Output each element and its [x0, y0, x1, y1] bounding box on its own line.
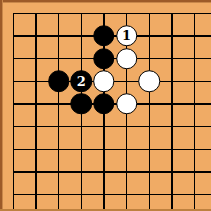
- grid-line-v: [81, 25, 83, 48]
- grid-line-v: [194, 13, 196, 24]
- grid-line-v: [35, 13, 37, 24]
- white-stone: [116, 93, 138, 115]
- grid-line-v: [171, 161, 173, 184]
- board-cell: [115, 161, 138, 184]
- grid-line-v: [13, 115, 15, 138]
- board-cell: [47, 161, 70, 184]
- black-stone: [71, 93, 93, 115]
- board-cell: [183, 138, 206, 161]
- board-cell: [2, 70, 25, 93]
- board-cell: [183, 93, 206, 116]
- grid-line-h: [206, 149, 211, 151]
- board-cell: [2, 93, 25, 116]
- board-cell: [93, 138, 116, 161]
- board-edge-extension: [206, 93, 211, 116]
- grid-line-v: [81, 47, 83, 70]
- board-cell: [93, 161, 116, 184]
- go-board: 12: [2, 2, 211, 211]
- board-cell: [47, 47, 70, 70]
- board-edge-extension: [206, 70, 211, 93]
- grid-line-h: [206, 13, 211, 15]
- grid-line-h: [206, 35, 211, 37]
- board-edge-extension: [206, 161, 211, 184]
- board-edge-extension: [206, 2, 211, 25]
- board-cell: [70, 2, 93, 25]
- black-stone: [93, 25, 115, 47]
- board-border-top-highlight: [0, 2, 211, 3]
- board-cell: [47, 138, 70, 161]
- grid-line-v: [35, 70, 37, 93]
- grid-line-v: [35, 138, 37, 161]
- board-cell: [115, 138, 138, 161]
- white-stone: [139, 71, 161, 93]
- grid-line-v: [171, 93, 173, 116]
- grid-line-v: [149, 93, 151, 116]
- grid-line-v: [58, 115, 60, 138]
- board-cell: [2, 2, 25, 25]
- board-cell: [25, 183, 48, 206]
- grid-line-h: [206, 81, 211, 83]
- black-stone: 2: [71, 71, 93, 93]
- board-cell: [115, 47, 138, 70]
- board-edge-extension: [206, 183, 211, 206]
- grid-line-v: [81, 138, 83, 161]
- board-cell: [70, 25, 93, 48]
- grid-line-v: [194, 138, 196, 161]
- board-cell: [2, 115, 25, 138]
- board-edge-extension: [206, 25, 211, 48]
- board-cell: [25, 115, 48, 138]
- grid-line-h: [13, 103, 24, 105]
- grid-line-v: [171, 183, 173, 206]
- grid-line-v: [103, 183, 105, 206]
- grid-line-v: [35, 115, 37, 138]
- board-cell: [138, 93, 161, 116]
- board-cell: [183, 183, 206, 206]
- board-border-left-highlight: [2, 0, 3, 211]
- grid-line-v: [103, 13, 105, 24]
- go-diagram: 12: [0, 0, 211, 211]
- grid-line-v: [171, 13, 173, 24]
- grid-line-v: [35, 93, 37, 116]
- board-cell: [161, 161, 184, 184]
- board-cell: [25, 25, 48, 48]
- board-cell: [93, 25, 116, 48]
- grid-line-v: [149, 115, 151, 138]
- grid-line-v: [126, 115, 128, 138]
- grid-line-v: [13, 13, 15, 24]
- grid-line-v: [194, 70, 196, 93]
- board-cell: [70, 161, 93, 184]
- board-cell: [161, 93, 184, 116]
- board-cell: [115, 183, 138, 206]
- grid-line-h: [206, 103, 211, 105]
- board-cell: [138, 25, 161, 48]
- board-cell: [138, 138, 161, 161]
- board-cell: [161, 2, 184, 25]
- grid-line-v: [13, 93, 15, 116]
- board-cell: [138, 47, 161, 70]
- black-stone: [93, 93, 115, 115]
- black-stone: [93, 48, 115, 70]
- grid-line-v: [149, 47, 151, 70]
- grid-line-v: [35, 47, 37, 70]
- board-cell: [47, 25, 70, 48]
- board-cell: [138, 115, 161, 138]
- board-cell: [25, 70, 48, 93]
- grid-line-v: [81, 161, 83, 184]
- board-edge-extension: [206, 138, 211, 161]
- board-cell: [93, 93, 116, 116]
- grid-line-v: [58, 183, 60, 206]
- board-cell: [138, 2, 161, 25]
- board-cell: [161, 115, 184, 138]
- board-cell: [70, 47, 93, 70]
- grid-line-v: [13, 161, 15, 184]
- board-border-bottom: [0, 209, 211, 211]
- board-cell: [138, 70, 161, 93]
- board-cell: [47, 183, 70, 206]
- grid-line-v: [194, 161, 196, 184]
- grid-line-h: [13, 149, 24, 151]
- grid-line-v: [171, 47, 173, 70]
- grid-line-v: [149, 138, 151, 161]
- board-cell: [93, 70, 116, 93]
- grid-line-v: [194, 47, 196, 70]
- move-number-label: 2: [77, 75, 86, 88]
- grid-line-v: [171, 25, 173, 48]
- grid-line-v: [194, 25, 196, 48]
- grid-line-v: [13, 138, 15, 161]
- grid-line-h: [206, 171, 211, 173]
- grid-line-v: [194, 93, 196, 116]
- grid-line-v: [126, 138, 128, 161]
- grid-line-h: [13, 35, 24, 37]
- board-cell: [183, 161, 206, 184]
- board-cell: [183, 2, 206, 25]
- board-cell: [115, 93, 138, 116]
- grid-line-v: [58, 25, 60, 48]
- grid-line-v: [13, 183, 15, 206]
- grid-line-v: [149, 13, 151, 24]
- grid-line-v: [58, 47, 60, 70]
- board-cell: [70, 93, 93, 116]
- board-edge-extension: [206, 47, 211, 70]
- board-cell: 1: [115, 25, 138, 48]
- board-cell: [138, 183, 161, 206]
- grid-line-v: [126, 161, 128, 184]
- grid-line-v: [35, 183, 37, 206]
- board-cell: [2, 138, 25, 161]
- grid-line-v: [103, 161, 105, 184]
- grid-line-v: [194, 183, 196, 206]
- grid-line-h: [13, 171, 24, 173]
- board-cell: [25, 138, 48, 161]
- grid-line-v: [58, 161, 60, 184]
- board-cell: [47, 70, 70, 93]
- board-cell: [70, 138, 93, 161]
- board-cell: [2, 47, 25, 70]
- board-cell: [138, 161, 161, 184]
- board-cell: [70, 115, 93, 138]
- board-cell: [2, 161, 25, 184]
- board-cell: [93, 183, 116, 206]
- black-stone: [48, 71, 70, 93]
- grid-line-h: [13, 81, 24, 83]
- board-cell: [115, 2, 138, 25]
- grid-line-h: [206, 194, 211, 196]
- grid-line-h: [13, 58, 24, 60]
- board-cell: [47, 93, 70, 116]
- board-cell: [161, 138, 184, 161]
- grid-line-v: [58, 13, 60, 24]
- board-cell: 2: [70, 70, 93, 93]
- grid-line-v: [103, 115, 105, 138]
- board-cell: [161, 183, 184, 206]
- grid-line-v: [13, 47, 15, 70]
- board-cell: [2, 183, 25, 206]
- grid-line-v: [81, 13, 83, 24]
- white-stone: [116, 48, 138, 70]
- grid-line-v: [171, 138, 173, 161]
- grid-line-h: [206, 58, 211, 60]
- board-cell: [115, 115, 138, 138]
- grid-line-v: [171, 70, 173, 93]
- grid-line-v: [81, 115, 83, 138]
- board-cell: [161, 70, 184, 93]
- board-edge-extension: [206, 115, 211, 138]
- board-cell: [47, 2, 70, 25]
- white-stone: [93, 71, 115, 93]
- board-cell: [93, 2, 116, 25]
- grid-line-v: [13, 25, 15, 48]
- grid-line-v: [149, 183, 151, 206]
- white-stone: 1: [116, 25, 138, 47]
- grid-line-v: [35, 161, 37, 184]
- grid-line-h: [206, 126, 211, 128]
- board-cell: [47, 115, 70, 138]
- grid-line-v: [126, 70, 128, 93]
- grid-line-h: [13, 126, 24, 128]
- grid-line-v: [149, 25, 151, 48]
- board-cell: [183, 25, 206, 48]
- grid-line-v: [149, 161, 151, 184]
- board-cell: [183, 70, 206, 93]
- grid-line-v: [171, 115, 173, 138]
- board-cell: [25, 2, 48, 25]
- board-cell: [93, 115, 116, 138]
- grid-line-v: [81, 183, 83, 206]
- grid-line-v: [194, 115, 196, 138]
- move-number-label: 1: [122, 29, 131, 42]
- board-cell: [183, 115, 206, 138]
- board-cell: [161, 47, 184, 70]
- grid-line-v: [103, 138, 105, 161]
- grid-line-v: [58, 93, 60, 116]
- grid-line-v: [13, 70, 15, 93]
- board-cell: [25, 47, 48, 70]
- grid-line-v: [126, 13, 128, 24]
- grid-line-v: [35, 25, 37, 48]
- grid-line-v: [58, 138, 60, 161]
- board-cell: [183, 47, 206, 70]
- board-cell: [161, 25, 184, 48]
- board-cell: [25, 93, 48, 116]
- grid-line-v: [126, 183, 128, 206]
- board-cell: [115, 70, 138, 93]
- board-cell: [2, 25, 25, 48]
- board-cell: [25, 161, 48, 184]
- grid-line-h: [13, 194, 24, 196]
- board-cell: [93, 47, 116, 70]
- grid-line-h: [13, 13, 24, 15]
- board-cell: [70, 183, 93, 206]
